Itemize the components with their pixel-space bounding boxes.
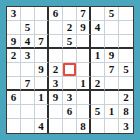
sudoku-cell-r6c1[interactable] — [7, 77, 21, 91]
sudoku-cell-r5c8[interactable]: 7 — [105, 63, 119, 77]
sudoku-cell-r4c1[interactable]: 2 — [7, 49, 21, 63]
sudoku-cell-r6c2[interactable]: 7 — [21, 77, 35, 91]
sudoku-cell-r6c4[interactable]: 3 — [49, 77, 63, 91]
sudoku-cell-r3c8[interactable] — [105, 35, 119, 49]
sudoku-cell-r8c8[interactable]: 1 — [105, 105, 119, 119]
sudoku-cell-r7c9[interactable]: 2 — [119, 91, 133, 105]
sudoku-cell-r2c7[interactable]: 4 — [91, 21, 105, 35]
sudoku-cell-r7c1[interactable]: 6 — [7, 91, 21, 105]
sudoku-cell-r5c4[interactable]: 2 — [49, 63, 63, 77]
sudoku-cell-r2c1[interactable] — [7, 21, 21, 35]
sudoku-cell-r9c5[interactable] — [63, 119, 77, 133]
sudoku-cell-r5c6[interactable] — [77, 63, 91, 77]
sudoku-cell-r5c5[interactable] — [63, 63, 77, 77]
sudoku-cell-r4c6[interactable] — [77, 49, 91, 63]
sudoku-cell-r6c8[interactable] — [105, 77, 119, 91]
sudoku-cell-r6c3[interactable] — [35, 77, 49, 91]
sudoku-cell-r8c4[interactable] — [49, 105, 63, 119]
sudoku-cell-r8c1[interactable] — [7, 105, 21, 119]
sudoku-cell-r3c2[interactable]: 4 — [21, 35, 35, 49]
sudoku-cell-r4c7[interactable]: 1 — [91, 49, 105, 63]
selected-cell-highlight — [63, 63, 76, 76]
sudoku-cell-r7c7[interactable] — [91, 91, 105, 105]
sudoku-cell-r3c7[interactable] — [91, 35, 105, 49]
sudoku-cell-r3c3[interactable]: 7 — [35, 35, 49, 49]
sudoku-cell-r9c2[interactable] — [21, 119, 35, 133]
sudoku-cell-r7c8[interactable] — [105, 91, 119, 105]
sudoku-cell-r9c9[interactable]: 3 — [119, 119, 133, 133]
sudoku-cell-r1c3[interactable] — [35, 7, 49, 21]
sudoku-cell-r8c3[interactable] — [35, 105, 49, 119]
sudoku-cell-r8c2[interactable] — [21, 105, 35, 119]
sudoku-cell-r9c8[interactable] — [105, 119, 119, 133]
sudoku-frame: 367552949475231992757312619326518483 — [0, 0, 140, 140]
sudoku-board: 367552949475231992757312619326518483 — [6, 6, 134, 134]
sudoku-cell-r7c5[interactable]: 3 — [63, 91, 77, 105]
sudoku-cell-r9c1[interactable] — [7, 119, 21, 133]
sudoku-cell-r2c3[interactable] — [35, 21, 49, 35]
sudoku-cell-r5c3[interactable]: 9 — [35, 63, 49, 77]
sudoku-cell-r8c6[interactable] — [77, 105, 91, 119]
sudoku-cell-r6c9[interactable] — [119, 77, 133, 91]
sudoku-cell-r2c5[interactable]: 2 — [63, 21, 77, 35]
sudoku-cell-r5c2[interactable] — [21, 63, 35, 77]
sudoku-cell-r1c2[interactable] — [21, 7, 35, 21]
sudoku-cell-r1c7[interactable] — [91, 7, 105, 21]
sudoku-cell-r4c9[interactable] — [119, 49, 133, 63]
sudoku-cell-r7c4[interactable]: 9 — [49, 91, 63, 105]
sudoku-cell-r6c7[interactable]: 2 — [91, 77, 105, 91]
sudoku-cell-r4c5[interactable] — [63, 49, 77, 63]
sudoku-cell-r9c4[interactable] — [49, 119, 63, 133]
sudoku-cell-r2c6[interactable]: 9 — [77, 21, 91, 35]
sudoku-cell-r1c4[interactable]: 6 — [49, 7, 63, 21]
sudoku-cell-r3c6[interactable] — [77, 35, 91, 49]
sudoku-cell-r1c5[interactable] — [63, 7, 77, 21]
sudoku-cell-r4c2[interactable]: 3 — [21, 49, 35, 63]
sudoku-cell-r1c6[interactable]: 7 — [77, 7, 91, 21]
sudoku-cell-r3c4[interactable] — [49, 35, 63, 49]
sudoku-cell-r6c6[interactable]: 1 — [77, 77, 91, 91]
sudoku-cell-r1c9[interactable] — [119, 7, 133, 21]
sudoku-cell-r3c1[interactable]: 9 — [7, 35, 21, 49]
sudoku-cell-r7c6[interactable] — [77, 91, 91, 105]
sudoku-cell-r2c9[interactable] — [119, 21, 133, 35]
sudoku-cell-r5c9[interactable]: 5 — [119, 63, 133, 77]
sudoku-cell-r2c2[interactable]: 5 — [21, 21, 35, 35]
sudoku-cell-r2c8[interactable] — [105, 21, 119, 35]
sudoku-cell-r8c7[interactable]: 5 — [91, 105, 105, 119]
sudoku-cell-r7c2[interactable] — [21, 91, 35, 105]
sudoku-cell-r5c7[interactable] — [91, 63, 105, 77]
sudoku-cell-r8c9[interactable]: 8 — [119, 105, 133, 119]
sudoku-cell-r6c5[interactable] — [63, 77, 77, 91]
sudoku-cell-r9c7[interactable] — [91, 119, 105, 133]
sudoku-cell-r9c6[interactable]: 8 — [77, 119, 91, 133]
sudoku-cell-r9c3[interactable]: 4 — [35, 119, 49, 133]
sudoku-cell-r4c3[interactable] — [35, 49, 49, 63]
sudoku-cell-r1c1[interactable]: 3 — [7, 7, 21, 21]
sudoku-cell-r1c8[interactable]: 5 — [105, 7, 119, 21]
sudoku-cell-r7c3[interactable]: 1 — [35, 91, 49, 105]
sudoku-cell-r4c4[interactable] — [49, 49, 63, 63]
sudoku-cell-r2c4[interactable] — [49, 21, 63, 35]
sudoku-cell-r3c5[interactable]: 5 — [63, 35, 77, 49]
sudoku-cell-r8c5[interactable]: 6 — [63, 105, 77, 119]
sudoku-cell-r3c9[interactable] — [119, 35, 133, 49]
sudoku-cell-r5c1[interactable] — [7, 63, 21, 77]
sudoku-cell-r4c8[interactable]: 9 — [105, 49, 119, 63]
